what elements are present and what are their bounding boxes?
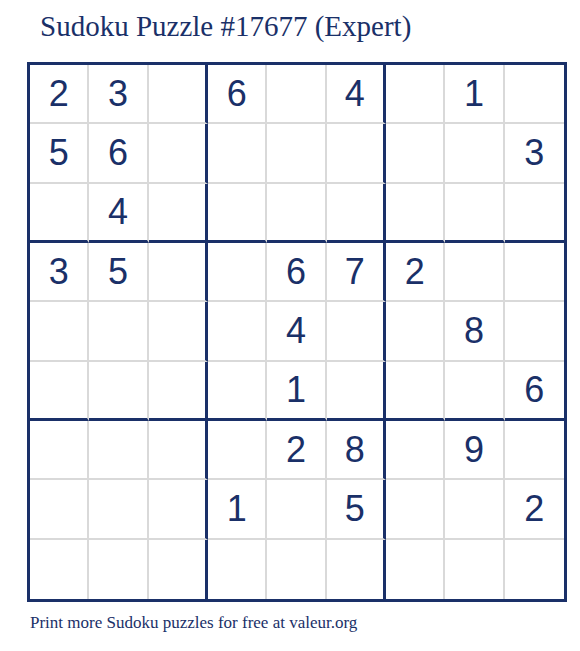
cell-r8c4: 1: [208, 480, 267, 539]
cell-r3c5: [267, 184, 326, 243]
cell-r6c2: [89, 362, 148, 421]
cell-r2c3: [149, 124, 208, 183]
cell-r7c6: 8: [327, 421, 386, 480]
cell-r9c6: [327, 540, 386, 599]
cell-r2c4: [208, 124, 267, 183]
cell-r8c7: [386, 480, 445, 539]
cell-r5c8: 8: [445, 302, 504, 361]
cell-r4c7: 2: [386, 243, 445, 302]
cell-r6c4: [208, 362, 267, 421]
cell-r5c6: [327, 302, 386, 361]
cell-r4c9: [505, 243, 564, 302]
sudoku-page: Sudoku Puzzle #17677 (Expert) 2364156343…: [0, 0, 580, 651]
cell-r3c6: [327, 184, 386, 243]
cell-r3c7: [386, 184, 445, 243]
cell-r6c1: [30, 362, 89, 421]
cell-r4c8: [445, 243, 504, 302]
cell-r4c6: 7: [327, 243, 386, 302]
cell-r8c1: [30, 480, 89, 539]
cell-r7c3: [149, 421, 208, 480]
cell-r1c4: 6: [208, 65, 267, 124]
cell-r1c5: [267, 65, 326, 124]
cell-r9c4: [208, 540, 267, 599]
cell-r9c8: [445, 540, 504, 599]
cell-r6c7: [386, 362, 445, 421]
cell-r2c6: [327, 124, 386, 183]
cell-r2c2: 6: [89, 124, 148, 183]
cell-r7c8: 9: [445, 421, 504, 480]
cell-r2c8: [445, 124, 504, 183]
cell-r5c1: [30, 302, 89, 361]
cell-r1c1: 2: [30, 65, 89, 124]
cell-r8c8: [445, 480, 504, 539]
cell-r4c2: 5: [89, 243, 148, 302]
cell-r7c7: [386, 421, 445, 480]
cell-r7c5: 2: [267, 421, 326, 480]
footer-text: Print more Sudoku puzzles for free at va…: [30, 613, 357, 633]
cell-r1c2: 3: [89, 65, 148, 124]
cell-r1c8: 1: [445, 65, 504, 124]
cell-r2c5: [267, 124, 326, 183]
cell-r8c2: [89, 480, 148, 539]
cell-r6c5: 1: [267, 362, 326, 421]
cell-r8c3: [149, 480, 208, 539]
cell-r9c1: [30, 540, 89, 599]
cell-r3c9: [505, 184, 564, 243]
cell-r2c1: 5: [30, 124, 89, 183]
page-title: Sudoku Puzzle #17677 (Expert): [40, 10, 411, 43]
cell-r6c6: [327, 362, 386, 421]
cell-r9c9: [505, 540, 564, 599]
cell-r4c4: [208, 243, 267, 302]
cell-r1c7: [386, 65, 445, 124]
cell-r7c1: [30, 421, 89, 480]
cell-r8c6: 5: [327, 480, 386, 539]
cell-r6c9: 6: [505, 362, 564, 421]
cell-r9c3: [149, 540, 208, 599]
sudoku-grid: 236415634356724816289152: [27, 62, 567, 602]
cell-r5c3: [149, 302, 208, 361]
cell-r8c5: [267, 480, 326, 539]
cell-r7c2: [89, 421, 148, 480]
cell-r3c4: [208, 184, 267, 243]
cell-r4c1: 3: [30, 243, 89, 302]
cell-r8c9: 2: [505, 480, 564, 539]
cell-r3c2: 4: [89, 184, 148, 243]
cell-r6c8: [445, 362, 504, 421]
cell-r1c3: [149, 65, 208, 124]
cell-r1c9: [505, 65, 564, 124]
cell-r9c2: [89, 540, 148, 599]
cell-r5c9: [505, 302, 564, 361]
cell-r2c7: [386, 124, 445, 183]
cell-r3c8: [445, 184, 504, 243]
cell-r2c9: 3: [505, 124, 564, 183]
cell-r3c1: [30, 184, 89, 243]
cell-r4c5: 6: [267, 243, 326, 302]
cell-r6c3: [149, 362, 208, 421]
cell-r5c2: [89, 302, 148, 361]
cell-r7c9: [505, 421, 564, 480]
cell-r4c3: [149, 243, 208, 302]
cell-r7c4: [208, 421, 267, 480]
cell-r1c6: 4: [327, 65, 386, 124]
cell-r5c5: 4: [267, 302, 326, 361]
cell-r9c5: [267, 540, 326, 599]
cell-r5c7: [386, 302, 445, 361]
cell-r9c7: [386, 540, 445, 599]
cell-r3c3: [149, 184, 208, 243]
cell-r5c4: [208, 302, 267, 361]
